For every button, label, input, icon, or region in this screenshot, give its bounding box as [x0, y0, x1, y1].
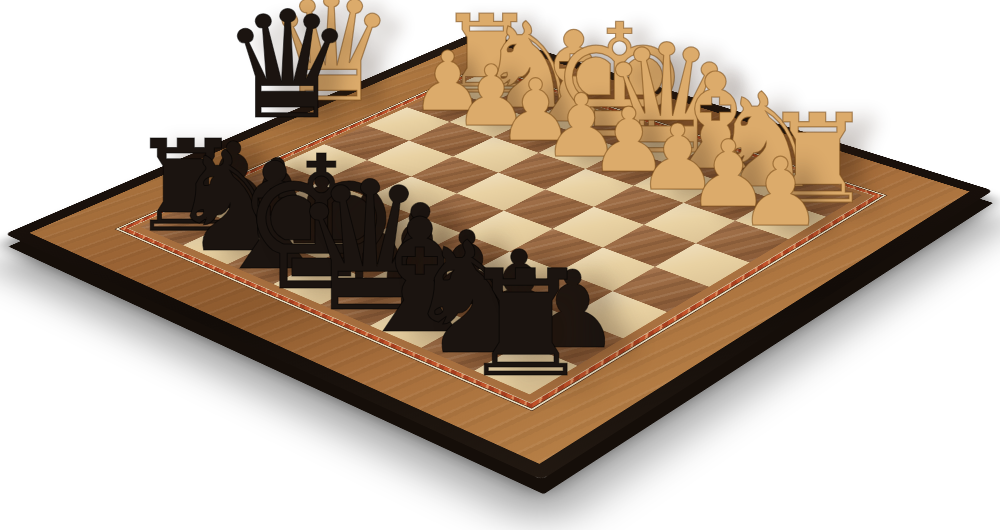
- pieces-layer: ♜♞♝♛♚♝♞♜♟♟♟♟♟♟♟♟♟♟♟♟♟♟♟♟♜♞♝♛♚♝♞♜♛♛: [0, 0, 1000, 530]
- white-pawn-a2[interactable]: ♟: [738, 145, 823, 239]
- chess-set-photo: ♜♞♝♛♚♝♞♜♟♟♟♟♟♟♟♟♟♟♟♟♟♟♟♟♜♞♝♛♚♝♞♜♛♛: [0, 0, 1000, 530]
- black-rook-a8[interactable]: ♜: [460, 251, 592, 398]
